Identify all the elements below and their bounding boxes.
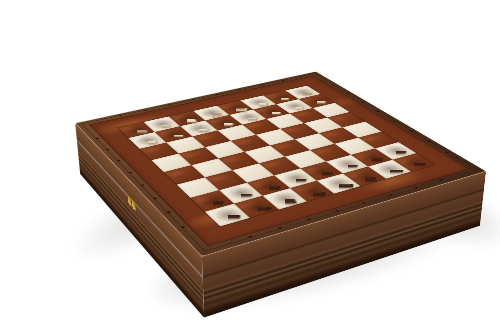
scene: ♜♞♝♛♚♝♞♜♟♟♟♟♟♟♟♟♟♟♟♟♟♟♟♟♜♞♝♛♚♝♞♜	[0, 0, 500, 333]
chess-box: ♜♞♝♛♚♝♞♜♟♟♟♟♟♟♟♟♟♟♟♟♟♟♟♟♜♞♝♛♚♝♞♜	[75, 71, 486, 256]
photo-backdrop: ♜♞♝♛♚♝♞♜♟♟♟♟♟♟♟♟♟♟♟♟♟♟♟♟♜♞♝♛♚♝♞♜	[0, 0, 500, 333]
brass-clasp	[128, 195, 136, 211]
